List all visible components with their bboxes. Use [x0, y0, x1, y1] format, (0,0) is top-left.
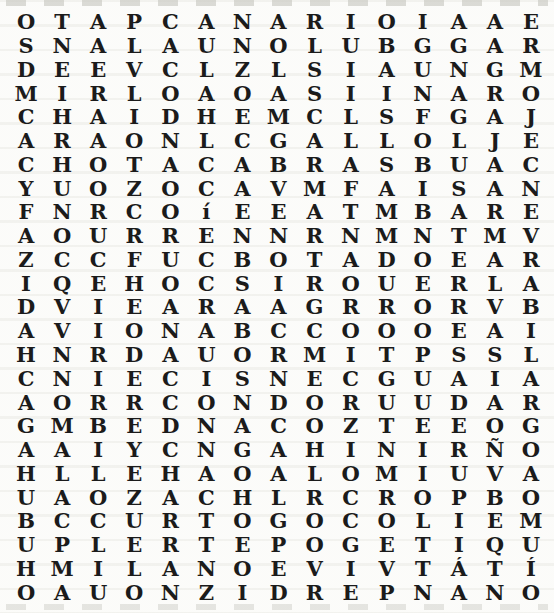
grid-cell-r24c1[interactable]: H	[8, 556, 44, 580]
grid-cell-r20c9[interactable]: L	[297, 461, 333, 485]
grid-cell-r20c14[interactable]: V	[477, 461, 513, 485]
grid-cell-r24c6[interactable]: N	[188, 556, 224, 580]
grid-cell-r16c3[interactable]: I	[80, 366, 116, 390]
grid-cell-r5c14[interactable]: A	[477, 105, 513, 129]
grid-cell-r3c11[interactable]: A	[369, 58, 405, 82]
grid-cell-r13c4[interactable]: E	[116, 295, 152, 319]
grid-cell-r18c12[interactable]: E	[405, 414, 441, 438]
grid-cell-r14c7[interactable]: B	[224, 319, 260, 343]
grid-cell-r20c10[interactable]: O	[333, 461, 369, 485]
grid-cell-r3c10[interactable]: I	[333, 58, 369, 82]
grid-cell-r14c3[interactable]: I	[80, 319, 116, 343]
grid-cell-r22c6[interactable]: T	[188, 509, 224, 533]
grid-cell-r2c5[interactable]: A	[152, 34, 188, 58]
grid-cell-r23c14[interactable]: Q	[477, 533, 513, 557]
grid-cell-r12c14[interactable]: L	[477, 271, 513, 295]
grid-cell-r11c6[interactable]: C	[188, 248, 224, 272]
grid-cell-r18c5[interactable]: D	[152, 414, 188, 438]
grid-cell-r1c9[interactable]: R	[297, 10, 333, 34]
grid-cell-r10c2[interactable]: O	[44, 224, 80, 248]
grid-cell-r15c3[interactable]: R	[80, 343, 116, 367]
grid-cell-r2c11[interactable]: B	[369, 34, 405, 58]
grid-cell-r15c7[interactable]: O	[224, 343, 260, 367]
grid-cell-r9c5[interactable]: O	[152, 200, 188, 224]
grid-cell-r14c6[interactable]: A	[188, 319, 224, 343]
grid-cell-r10c9[interactable]: R	[297, 224, 333, 248]
grid-cell-r11c13[interactable]: E	[441, 248, 477, 272]
grid-cell-r10c3[interactable]: U	[80, 224, 116, 248]
grid-cell-r7c12[interactable]: B	[405, 153, 441, 177]
grid-cell-r19c7[interactable]: G	[224, 438, 260, 462]
grid-cell-r8c8[interactable]: V	[260, 176, 296, 200]
grid-cell-r24c10[interactable]: I	[333, 556, 369, 580]
grid-cell-r13c7[interactable]: A	[224, 295, 260, 319]
grid-cell-r9c11[interactable]: M	[369, 200, 405, 224]
grid-cell-r10c11[interactable]: M	[369, 224, 405, 248]
grid-cell-r20c12[interactable]: I	[405, 461, 441, 485]
grid-cell-r21c15[interactable]: O	[513, 485, 549, 509]
grid-cell-r16c8[interactable]: N	[260, 366, 296, 390]
grid-cell-r8c3[interactable]: O	[80, 176, 116, 200]
grid-cell-r11c1[interactable]: Z	[8, 248, 44, 272]
grid-cell-r15c13[interactable]: S	[441, 343, 477, 367]
grid-cell-r12c7[interactable]: S	[224, 271, 260, 295]
grid-cell-r8c15[interactable]: N	[513, 176, 549, 200]
grid-cell-r25c11[interactable]: P	[369, 580, 405, 604]
grid-cell-r3c15[interactable]: M	[513, 58, 549, 82]
grid-cell-r3c8[interactable]: L	[260, 58, 296, 82]
grid-cell-r1c12[interactable]: I	[405, 10, 441, 34]
grid-cell-r6c15[interactable]: E	[513, 129, 549, 153]
grid-cell-r24c12[interactable]: T	[405, 556, 441, 580]
grid-cell-r11c4[interactable]: F	[116, 248, 152, 272]
grid-cell-r22c14[interactable]: E	[477, 509, 513, 533]
grid-cell-r23c8[interactable]: P	[260, 533, 296, 557]
grid-cell-r1c10[interactable]: I	[333, 10, 369, 34]
grid-cell-r6c3[interactable]: A	[80, 129, 116, 153]
grid-cell-r4c7[interactable]: O	[224, 81, 260, 105]
grid-cell-r25c12[interactable]: N	[405, 580, 441, 604]
grid-cell-r19c15[interactable]: O	[513, 438, 549, 462]
grid-cell-r9c2[interactable]: N	[44, 200, 80, 224]
grid-cell-r5c4[interactable]: I	[116, 105, 152, 129]
grid-cell-r12c6[interactable]: C	[188, 271, 224, 295]
grid-cell-r2c3[interactable]: A	[80, 34, 116, 58]
grid-cell-r13c5[interactable]: A	[152, 295, 188, 319]
grid-cell-r4c10[interactable]: I	[333, 81, 369, 105]
grid-cell-r17c6[interactable]: O	[188, 390, 224, 414]
grid-cell-r22c10[interactable]: C	[333, 509, 369, 533]
grid-cell-r20c11[interactable]: M	[369, 461, 405, 485]
grid-cell-r11c10[interactable]: A	[333, 248, 369, 272]
grid-cell-r6c8[interactable]: G	[260, 129, 296, 153]
grid-cell-r1c13[interactable]: A	[441, 10, 477, 34]
grid-cell-r2c12[interactable]: G	[405, 34, 441, 58]
grid-cell-r2c14[interactable]: A	[477, 34, 513, 58]
grid-cell-r14c10[interactable]: O	[333, 319, 369, 343]
grid-cell-r3c12[interactable]: U	[405, 58, 441, 82]
grid-cell-r18c10[interactable]: Z	[333, 414, 369, 438]
grid-cell-r24c5[interactable]: A	[152, 556, 188, 580]
grid-cell-r19c8[interactable]: A	[260, 438, 296, 462]
grid-cell-r8c12[interactable]: I	[405, 176, 441, 200]
grid-cell-r14c13[interactable]: E	[441, 319, 477, 343]
grid-cell-r10c1[interactable]: A	[8, 224, 44, 248]
grid-cell-r8c4[interactable]: Z	[116, 176, 152, 200]
grid-cell-r24c4[interactable]: L	[116, 556, 152, 580]
grid-cell-r21c7[interactable]: H	[224, 485, 260, 509]
grid-cell-r10c7[interactable]: N	[224, 224, 260, 248]
grid-cell-r7c2[interactable]: H	[44, 153, 80, 177]
grid-cell-r16c10[interactable]: C	[333, 366, 369, 390]
grid-cell-r11c2[interactable]: C	[44, 248, 80, 272]
grid-cell-r14c1[interactable]: A	[8, 319, 44, 343]
grid-cell-r15c4[interactable]: D	[116, 343, 152, 367]
grid-cell-r21c1[interactable]: U	[8, 485, 44, 509]
grid-cell-r2c15[interactable]: R	[513, 34, 549, 58]
grid-cell-r19c3[interactable]: I	[80, 438, 116, 462]
grid-cell-r8c1[interactable]: Y	[8, 176, 44, 200]
grid-cell-r8c7[interactable]: A	[224, 176, 260, 200]
grid-cell-r11c5[interactable]: U	[152, 248, 188, 272]
grid-cell-r18c11[interactable]: T	[369, 414, 405, 438]
grid-cell-r14c11[interactable]: O	[369, 319, 405, 343]
grid-cell-r8c5[interactable]: O	[152, 176, 188, 200]
grid-cell-r1c8[interactable]: A	[260, 10, 296, 34]
grid-cell-r20c15[interactable]: A	[513, 461, 549, 485]
grid-cell-r12c11[interactable]: U	[369, 271, 405, 295]
grid-cell-r14c8[interactable]: C	[260, 319, 296, 343]
grid-cell-r7c5[interactable]: A	[152, 153, 188, 177]
grid-cell-r17c5[interactable]: C	[152, 390, 188, 414]
grid-cell-r15c1[interactable]: H	[8, 343, 44, 367]
grid-cell-r13c10[interactable]: R	[333, 295, 369, 319]
grid-cell-r3c14[interactable]: G	[477, 58, 513, 82]
grid-cell-r5c6[interactable]: H	[188, 105, 224, 129]
grid-cell-r24c7[interactable]: O	[224, 556, 260, 580]
grid-cell-r23c11[interactable]: E	[369, 533, 405, 557]
grid-cell-r22c9[interactable]: O	[297, 509, 333, 533]
grid-cell-r15c10[interactable]: I	[333, 343, 369, 367]
grid-cell-r1c7[interactable]: N	[224, 10, 260, 34]
grid-cell-r23c13[interactable]: I	[441, 533, 477, 557]
grid-cell-r21c11[interactable]: R	[369, 485, 405, 509]
grid-cell-r17c3[interactable]: R	[80, 390, 116, 414]
grid-cell-r6c4[interactable]: O	[116, 129, 152, 153]
grid-cell-r19c6[interactable]: N	[188, 438, 224, 462]
grid-cell-r1c14[interactable]: A	[477, 10, 513, 34]
grid-cell-r8c14[interactable]: A	[477, 176, 513, 200]
grid-cell-r20c8[interactable]: A	[260, 461, 296, 485]
grid-cell-r5c7[interactable]: E	[224, 105, 260, 129]
grid-cell-r12c13[interactable]: R	[441, 271, 477, 295]
grid-cell-r24c13[interactable]: Á	[441, 556, 477, 580]
grid-cell-r21c6[interactable]: C	[188, 485, 224, 509]
grid-cell-r3c4[interactable]: V	[116, 58, 152, 82]
grid-cell-r3c1[interactable]: D	[8, 58, 44, 82]
grid-cell-r2c7[interactable]: N	[224, 34, 260, 58]
grid-cell-r23c15[interactable]: U	[513, 533, 549, 557]
grid-cell-r23c12[interactable]: T	[405, 533, 441, 557]
grid-cell-r9c14[interactable]: R	[477, 200, 513, 224]
grid-cell-r12c8[interactable]: I	[260, 271, 296, 295]
grid-cell-r21c12[interactable]: O	[405, 485, 441, 509]
grid-cell-r22c4[interactable]: U	[116, 509, 152, 533]
grid-cell-r6c5[interactable]: N	[152, 129, 188, 153]
grid-cell-r12c12[interactable]: E	[405, 271, 441, 295]
grid-cell-r3c5[interactable]: C	[152, 58, 188, 82]
grid-cell-r7c13[interactable]: U	[441, 153, 477, 177]
grid-cell-r7c7[interactable]: A	[224, 153, 260, 177]
grid-cell-r17c8[interactable]: D	[260, 390, 296, 414]
grid-cell-r16c7[interactable]: S	[224, 366, 260, 390]
grid-cell-r10c12[interactable]: N	[405, 224, 441, 248]
grid-cell-r14c12[interactable]: O	[405, 319, 441, 343]
grid-cell-r15c6[interactable]: U	[188, 343, 224, 367]
grid-cell-r17c12[interactable]: U	[405, 390, 441, 414]
grid-cell-r25c1[interactable]: O	[8, 580, 44, 604]
grid-cell-r7c15[interactable]: C	[513, 153, 549, 177]
grid-cell-r21c13[interactable]: P	[441, 485, 477, 509]
grid-cell-r22c8[interactable]: G	[260, 509, 296, 533]
grid-cell-r6c9[interactable]: A	[297, 129, 333, 153]
grid-cell-r22c3[interactable]: C	[80, 509, 116, 533]
grid-cell-r16c13[interactable]: A	[441, 366, 477, 390]
grid-cell-r6c11[interactable]: L	[369, 129, 405, 153]
grid-cell-r16c2[interactable]: N	[44, 366, 80, 390]
grid-cell-r3c6[interactable]: L	[188, 58, 224, 82]
grid-cell-r13c9[interactable]: G	[297, 295, 333, 319]
grid-cell-r23c10[interactable]: G	[333, 533, 369, 557]
grid-cell-r13c8[interactable]: A	[260, 295, 296, 319]
grid-cell-r4c14[interactable]: R	[477, 81, 513, 105]
grid-cell-r6c6[interactable]: L	[188, 129, 224, 153]
grid-cell-r24c9[interactable]: V	[297, 556, 333, 580]
grid-cell-r23c3[interactable]: L	[80, 533, 116, 557]
grid-cell-r6c13[interactable]: L	[441, 129, 477, 153]
grid-cell-r9c3[interactable]: R	[80, 200, 116, 224]
grid-cell-r25c8[interactable]: D	[260, 580, 296, 604]
grid-cell-r25c3[interactable]: U	[80, 580, 116, 604]
grid-cell-r11c7[interactable]: B	[224, 248, 260, 272]
grid-cell-r9c9[interactable]: A	[297, 200, 333, 224]
grid-cell-r22c15[interactable]: M	[513, 509, 549, 533]
grid-cell-r1c11[interactable]: O	[369, 10, 405, 34]
grid-cell-r18c9[interactable]: O	[297, 414, 333, 438]
grid-cell-r14c5[interactable]: N	[152, 319, 188, 343]
grid-cell-r9c4[interactable]: C	[116, 200, 152, 224]
grid-cell-r10c4[interactable]: R	[116, 224, 152, 248]
grid-cell-r21c9[interactable]: R	[297, 485, 333, 509]
grid-cell-r14c2[interactable]: V	[44, 319, 80, 343]
grid-cell-r2c9[interactable]: L	[297, 34, 333, 58]
grid-cell-r18c14[interactable]: O	[477, 414, 513, 438]
grid-cell-r17c7[interactable]: N	[224, 390, 260, 414]
grid-cell-r14c14[interactable]: A	[477, 319, 513, 343]
grid-cell-r15c15[interactable]: L	[513, 343, 549, 367]
grid-cell-r19c4[interactable]: Y	[116, 438, 152, 462]
grid-cell-r22c12[interactable]: L	[405, 509, 441, 533]
grid-cell-r11c12[interactable]: O	[405, 248, 441, 272]
grid-cell-r15c12[interactable]: P	[405, 343, 441, 367]
grid-cell-r21c3[interactable]: O	[80, 485, 116, 509]
grid-cell-r1c4[interactable]: P	[116, 10, 152, 34]
grid-cell-r17c10[interactable]: R	[333, 390, 369, 414]
grid-cell-r10c13[interactable]: T	[441, 224, 477, 248]
grid-cell-r25c7[interactable]: I	[224, 580, 260, 604]
grid-cell-r6c10[interactable]: L	[333, 129, 369, 153]
grid-cell-r8c13[interactable]: S	[441, 176, 477, 200]
grid-cell-r20c6[interactable]: A	[188, 461, 224, 485]
grid-cell-r4c9[interactable]: S	[297, 81, 333, 105]
grid-cell-r20c3[interactable]: L	[80, 461, 116, 485]
grid-cell-r23c2[interactable]: P	[44, 533, 80, 557]
grid-cell-r15c11[interactable]: T	[369, 343, 405, 367]
grid-cell-r19c10[interactable]: I	[333, 438, 369, 462]
grid-cell-r4c13[interactable]: A	[441, 81, 477, 105]
grid-cell-r11c9[interactable]: T	[297, 248, 333, 272]
grid-cell-r23c4[interactable]: E	[116, 533, 152, 557]
grid-cell-r8c6[interactable]: C	[188, 176, 224, 200]
grid-cell-r1c15[interactable]: E	[513, 10, 549, 34]
grid-cell-r10c14[interactable]: M	[477, 224, 513, 248]
grid-cell-r19c9[interactable]: H	[297, 438, 333, 462]
grid-cell-r8c10[interactable]: F	[333, 176, 369, 200]
grid-cell-r20c13[interactable]: U	[441, 461, 477, 485]
grid-cell-r16c15[interactable]: A	[513, 366, 549, 390]
grid-cell-r2c1[interactable]: S	[8, 34, 44, 58]
grid-cell-r7c6[interactable]: C	[188, 153, 224, 177]
grid-cell-r5c9[interactable]: C	[297, 105, 333, 129]
grid-cell-r5c5[interactable]: D	[152, 105, 188, 129]
grid-cell-r15c2[interactable]: N	[44, 343, 80, 367]
grid-cell-r15c5[interactable]: A	[152, 343, 188, 367]
grid-cell-r12c9[interactable]: R	[297, 271, 333, 295]
grid-cell-r24c14[interactable]: T	[477, 556, 513, 580]
grid-cell-r13c2[interactable]: V	[44, 295, 80, 319]
grid-cell-r1c3[interactable]: A	[80, 10, 116, 34]
grid-cell-r4c11[interactable]: I	[369, 81, 405, 105]
grid-cell-r16c6[interactable]: I	[188, 366, 224, 390]
grid-cell-r10c8[interactable]: N	[260, 224, 296, 248]
grid-cell-r3c9[interactable]: S	[297, 58, 333, 82]
grid-cell-r4c2[interactable]: I	[44, 81, 80, 105]
grid-cell-r19c14[interactable]: Ñ	[477, 438, 513, 462]
grid-cell-r18c1[interactable]: G	[8, 414, 44, 438]
grid-cell-r25c10[interactable]: E	[333, 580, 369, 604]
grid-cell-r7c1[interactable]: C	[8, 153, 44, 177]
grid-cell-r7c14[interactable]: A	[477, 153, 513, 177]
grid-cell-r10c6[interactable]: E	[188, 224, 224, 248]
grid-cell-r6c12[interactable]: O	[405, 129, 441, 153]
grid-cell-r20c4[interactable]: E	[116, 461, 152, 485]
grid-cell-r2c13[interactable]: G	[441, 34, 477, 58]
grid-cell-r20c1[interactable]: H	[8, 461, 44, 485]
grid-cell-r8c9[interactable]: M	[297, 176, 333, 200]
grid-cell-r24c11[interactable]: V	[369, 556, 405, 580]
grid-cell-r20c2[interactable]: L	[44, 461, 80, 485]
grid-cell-r24c2[interactable]: M	[44, 556, 80, 580]
grid-cell-r13c15[interactable]: B	[513, 295, 549, 319]
grid-cell-r18c6[interactable]: N	[188, 414, 224, 438]
grid-cell-r4c1[interactable]: M	[8, 81, 44, 105]
grid-cell-r11c3[interactable]: C	[80, 248, 116, 272]
grid-cell-r3c13[interactable]: N	[441, 58, 477, 82]
grid-cell-r4c12[interactable]: N	[405, 81, 441, 105]
grid-cell-r11c14[interactable]: A	[477, 248, 513, 272]
grid-cell-r2c6[interactable]: U	[188, 34, 224, 58]
grid-cell-r14c15[interactable]: I	[513, 319, 549, 343]
grid-cell-r5c13[interactable]: G	[441, 105, 477, 129]
grid-cell-r22c11[interactable]: O	[369, 509, 405, 533]
grid-cell-r7c10[interactable]: A	[333, 153, 369, 177]
grid-cell-r14c4[interactable]: O	[116, 319, 152, 343]
grid-cell-r9c15[interactable]: E	[513, 200, 549, 224]
grid-cell-r12c10[interactable]: O	[333, 271, 369, 295]
grid-cell-r23c5[interactable]: R	[152, 533, 188, 557]
grid-cell-r17c11[interactable]: U	[369, 390, 405, 414]
grid-cell-r5c2[interactable]: H	[44, 105, 80, 129]
grid-cell-r20c5[interactable]: H	[152, 461, 188, 485]
grid-cell-r3c3[interactable]: E	[80, 58, 116, 82]
grid-cell-r3c7[interactable]: Z	[224, 58, 260, 82]
grid-cell-r13c11[interactable]: R	[369, 295, 405, 319]
grid-cell-r18c2[interactable]: M	[44, 414, 80, 438]
grid-cell-r15c8[interactable]: R	[260, 343, 296, 367]
grid-cell-r9c8[interactable]: E	[260, 200, 296, 224]
grid-cell-r13c12[interactable]: O	[405, 295, 441, 319]
grid-cell-r2c8[interactable]: O	[260, 34, 296, 58]
grid-cell-r17c15[interactable]: R	[513, 390, 549, 414]
grid-cell-r5c3[interactable]: A	[80, 105, 116, 129]
grid-cell-r3c2[interactable]: E	[44, 58, 80, 82]
grid-cell-r22c1[interactable]: B	[8, 509, 44, 533]
grid-cell-r19c5[interactable]: C	[152, 438, 188, 462]
grid-cell-r7c8[interactable]: B	[260, 153, 296, 177]
grid-cell-r12c15[interactable]: A	[513, 271, 549, 295]
grid-cell-r25c14[interactable]: N	[477, 580, 513, 604]
grid-cell-r7c9[interactable]: R	[297, 153, 333, 177]
grid-cell-r4c6[interactable]: A	[188, 81, 224, 105]
grid-cell-r5c15[interactable]: J	[513, 105, 549, 129]
grid-cell-r21c5[interactable]: A	[152, 485, 188, 509]
grid-cell-r13c1[interactable]: D	[8, 295, 44, 319]
grid-cell-r12c4[interactable]: H	[116, 271, 152, 295]
grid-cell-r5c8[interactable]: M	[260, 105, 296, 129]
grid-cell-r7c3[interactable]: O	[80, 153, 116, 177]
grid-cell-r17c2[interactable]: O	[44, 390, 80, 414]
grid-cell-r25c9[interactable]: R	[297, 580, 333, 604]
grid-cell-r4c8[interactable]: A	[260, 81, 296, 105]
grid-cell-r6c1[interactable]: A	[8, 129, 44, 153]
grid-cell-r5c11[interactable]: S	[369, 105, 405, 129]
grid-cell-r2c10[interactable]: U	[333, 34, 369, 58]
grid-cell-r23c9[interactable]: O	[297, 533, 333, 557]
grid-cell-r19c2[interactable]: A	[44, 438, 80, 462]
grid-cell-r12c2[interactable]: Q	[44, 271, 80, 295]
grid-cell-r18c13[interactable]: E	[441, 414, 477, 438]
grid-cell-r13c14[interactable]: V	[477, 295, 513, 319]
grid-cell-r11c15[interactable]: R	[513, 248, 549, 272]
grid-cell-r15c9[interactable]: M	[297, 343, 333, 367]
grid-cell-r17c1[interactable]: A	[8, 390, 44, 414]
grid-cell-r17c14[interactable]: A	[477, 390, 513, 414]
grid-cell-r21c4[interactable]: Z	[116, 485, 152, 509]
grid-cell-r10c10[interactable]: N	[333, 224, 369, 248]
grid-cell-r23c1[interactable]: U	[8, 533, 44, 557]
grid-cell-r21c10[interactable]: C	[333, 485, 369, 509]
grid-cell-r19c1[interactable]: A	[8, 438, 44, 462]
